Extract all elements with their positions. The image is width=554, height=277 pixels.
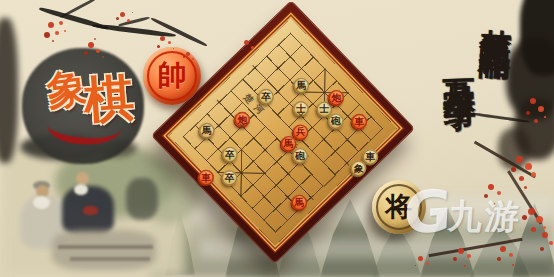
blossom-branch: [474, 141, 536, 178]
plum-blossom-cluster: [160, 36, 165, 41]
plum-blossom-cluster: [516, 156, 523, 163]
watermark-logo-text: 九游: [446, 194, 523, 240]
plum-blossom-cluster: [528, 208, 535, 215]
plum-blossom-cluster: [186, 52, 190, 56]
plum-blossom-cluster: [500, 246, 506, 252]
plum-blossom-cluster: [48, 22, 54, 28]
plum-blossom-cluster: [120, 12, 125, 17]
plum-blossom-cluster: [418, 256, 423, 261]
plum-blossom-cluster: [458, 248, 464, 254]
xiangqi-promo-banner: 象 棋 楚河 漢界 馬士砲車士象卒砲馬卒卒炮車兵馬炮馬車 帥 将 楚河汉界相隔 …: [0, 0, 554, 277]
plum-blossom-cluster: [530, 98, 536, 104]
plum-blossom-cluster: [542, 232, 548, 238]
plum-blossom-cluster: [488, 184, 494, 190]
plum-blossom-cluster: [244, 40, 249, 45]
plum-blossom-cluster: [88, 42, 94, 48]
